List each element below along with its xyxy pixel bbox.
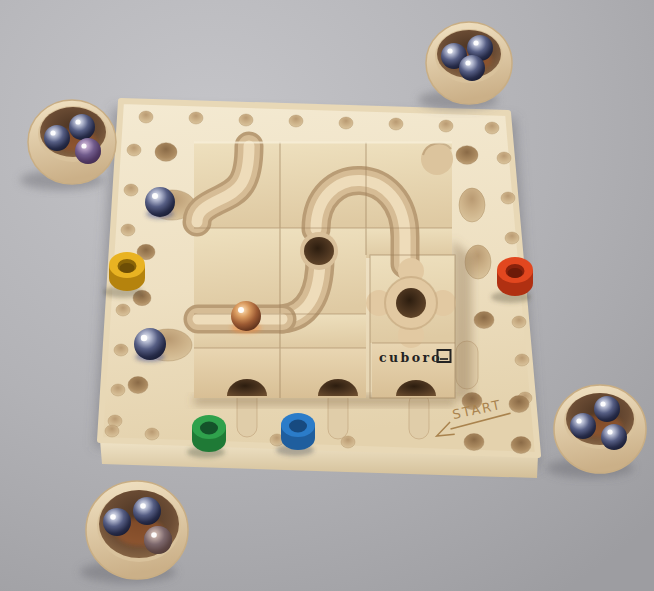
scene: cuboro START <box>0 0 654 591</box>
board-hole <box>497 152 511 164</box>
marble-board-lower[interactable] <box>134 328 166 362</box>
marble-amber-in-channel[interactable] <box>231 301 261 333</box>
board-hole <box>339 117 353 129</box>
board-hole <box>121 224 135 236</box>
board-hole-large <box>474 312 494 329</box>
board-hole-large <box>128 377 148 394</box>
board-hole <box>501 192 515 204</box>
board-hole <box>124 184 138 196</box>
board-hole <box>515 354 529 366</box>
board-hole <box>127 144 141 156</box>
board-hole-large <box>509 396 529 413</box>
board-hole <box>114 344 128 356</box>
board-hole-large <box>464 434 484 451</box>
board-hole <box>439 120 453 132</box>
board-hole <box>389 118 403 130</box>
cuboro-logo-box-mark <box>440 358 448 360</box>
board-hole-large <box>456 146 478 165</box>
cuboro-logo: cuboro <box>379 350 451 365</box>
board-hole <box>116 304 130 316</box>
board-hole <box>145 428 159 440</box>
centre-hole <box>304 237 334 265</box>
board-hole <box>139 111 153 123</box>
cuboro-logo-text: cuboro <box>379 350 442 365</box>
board-hole-large <box>511 437 531 454</box>
block-cluster: cuboro <box>194 142 456 398</box>
block-plain[interactable] <box>194 228 280 314</box>
board-hole <box>485 122 499 134</box>
board-hole <box>289 115 303 127</box>
marble-board-upper[interactable] <box>145 187 175 219</box>
board-recess-oval <box>459 188 485 222</box>
cross-centre-hole <box>396 288 426 318</box>
marble-run-scene: cuboro START <box>0 0 654 591</box>
board-hole <box>111 384 125 396</box>
board-hole <box>512 316 526 328</box>
board-hole <box>505 232 519 244</box>
board-hole <box>189 112 203 124</box>
board-hole <box>239 114 253 126</box>
board-hole <box>105 425 119 437</box>
board-hole-large <box>155 143 177 162</box>
